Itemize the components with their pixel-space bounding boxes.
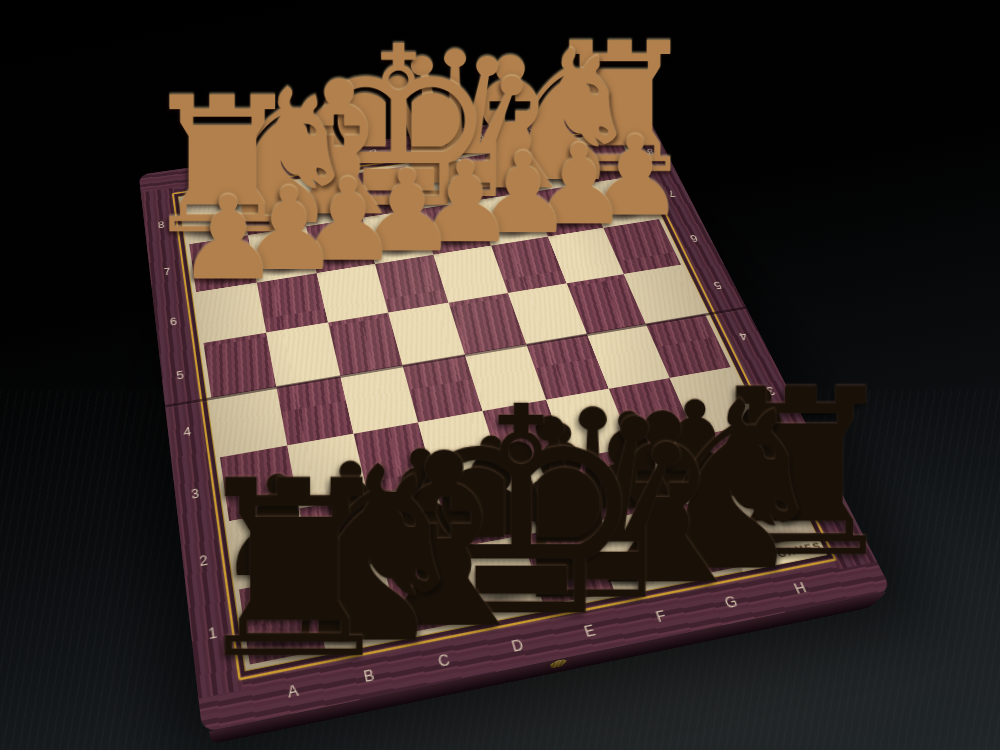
black-rook-a1: ♜ xyxy=(184,448,403,692)
perspective-wrapper: 87654321 87654321 ABCDEFGH ABCDEFGH WOOD… xyxy=(0,0,1000,750)
chess-box: 87654321 87654321 ABCDEFGH ABCDEFGH WOOD… xyxy=(139,102,892,732)
photo-scene: 87654321 87654321 ABCDEFGH ABCDEFGH WOOD… xyxy=(0,0,1000,750)
